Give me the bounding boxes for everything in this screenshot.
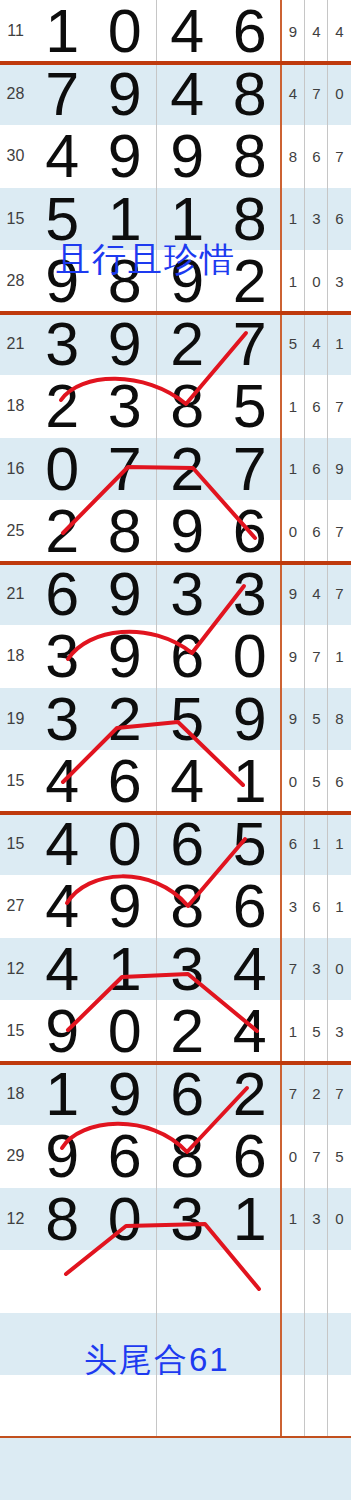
digit-sum-label: 21 bbox=[0, 585, 31, 603]
draw-digit: 1 bbox=[219, 750, 282, 813]
draw-digit: 4 bbox=[156, 63, 219, 126]
group-separator-3 bbox=[0, 561, 351, 565]
stat-digit: 0 bbox=[328, 960, 351, 977]
digit-sum-label: 27 bbox=[0, 897, 31, 915]
stat-digit: 4 bbox=[305, 585, 328, 602]
digit-sum-label: 12 bbox=[0, 960, 31, 978]
draw-digit: 4 bbox=[219, 938, 282, 1001]
draw-digit: 3 bbox=[31, 625, 94, 688]
draw-digit: 8 bbox=[156, 875, 219, 938]
draw-digit: 5 bbox=[156, 688, 219, 751]
draw-digit: 0 bbox=[219, 625, 282, 688]
draw-digit: 3 bbox=[156, 563, 219, 626]
group-separator-4 bbox=[0, 811, 351, 815]
draw-digit: 0 bbox=[94, 813, 157, 876]
stat-digit: 1 bbox=[305, 835, 328, 852]
draw-digit: 9 bbox=[94, 625, 157, 688]
draw-digit: 6 bbox=[219, 875, 282, 938]
stat-digit: 7 bbox=[281, 960, 305, 977]
draw-digit: 1 bbox=[31, 1063, 94, 1126]
draw-digit: 5 bbox=[219, 813, 282, 876]
draw-digit: 1 bbox=[94, 938, 157, 1001]
stat-digit: 3 bbox=[305, 1210, 328, 1227]
stat-digit: 1 bbox=[281, 210, 305, 227]
stat-digit: 6 bbox=[305, 898, 328, 915]
draw-digit: 4 bbox=[31, 875, 94, 938]
stat-digit: 1 bbox=[328, 898, 351, 915]
draw-digit: 3 bbox=[94, 375, 157, 438]
stat-digit: 1 bbox=[281, 460, 305, 477]
stat-digit: 1 bbox=[281, 273, 305, 290]
draw-digit: 4 bbox=[156, 0, 219, 63]
draw-digit: 8 bbox=[31, 1188, 94, 1251]
draw-digit: 0 bbox=[94, 1000, 157, 1063]
draw-digit: 4 bbox=[156, 750, 219, 813]
draw-digit: 5 bbox=[219, 375, 282, 438]
stat-digit: 3 bbox=[281, 898, 305, 915]
stat-digit: 1 bbox=[328, 335, 351, 352]
draw-digit: 8 bbox=[219, 125, 282, 188]
draw-digit: 8 bbox=[156, 375, 219, 438]
stat-digit: 4 bbox=[305, 23, 328, 40]
draw-digit: 6 bbox=[156, 625, 219, 688]
draw-digit: 4 bbox=[31, 938, 94, 1001]
draw-digit: 3 bbox=[219, 563, 282, 626]
stat-digit: 7 bbox=[328, 148, 351, 165]
draw-digit: 7 bbox=[219, 438, 282, 501]
draw-digit: 7 bbox=[94, 438, 157, 501]
draw-digit: 7 bbox=[31, 63, 94, 126]
stat-digit: 7 bbox=[328, 585, 351, 602]
stat-digit: 9 bbox=[281, 585, 305, 602]
draw-digit: 9 bbox=[94, 1063, 157, 1126]
draw-digit: 9 bbox=[94, 125, 157, 188]
draw-row: 154641056 bbox=[0, 750, 351, 813]
stat-digit: 6 bbox=[305, 460, 328, 477]
draw-row: 193259958 bbox=[0, 688, 351, 751]
draw-digit: 2 bbox=[94, 688, 157, 751]
digit-sum-label: 18 bbox=[0, 397, 31, 415]
draw-digit: 6 bbox=[219, 500, 282, 563]
stat-digit: 3 bbox=[328, 1023, 351, 1040]
draw-row: 299686075 bbox=[0, 1125, 351, 1188]
stat-digit: 1 bbox=[281, 1210, 305, 1227]
draw-digit: 8 bbox=[94, 500, 157, 563]
draw-digit: 2 bbox=[219, 1063, 282, 1126]
stat-digit: 0 bbox=[305, 273, 328, 290]
draw-row: 216933947 bbox=[0, 563, 351, 626]
group-separator-2 bbox=[0, 311, 351, 315]
stat-digit: 6 bbox=[328, 773, 351, 790]
draw-row: 287948470 bbox=[0, 63, 351, 126]
stat-digit: 1 bbox=[281, 398, 305, 415]
stat-digit: 4 bbox=[328, 23, 351, 40]
bottom-separator bbox=[0, 1436, 351, 1438]
draw-digit: 6 bbox=[94, 750, 157, 813]
draw-row: 154065611 bbox=[0, 813, 351, 876]
stat-digit: 9 bbox=[328, 460, 351, 477]
draw-digit: 2 bbox=[156, 438, 219, 501]
draw-digit: 3 bbox=[156, 938, 219, 1001]
stat-digit: 1 bbox=[328, 648, 351, 665]
draw-digit: 6 bbox=[156, 1063, 219, 1126]
draw-digit: 9 bbox=[156, 500, 219, 563]
digit-sum-label: 30 bbox=[0, 147, 31, 165]
draw-digit: 0 bbox=[94, 1188, 157, 1251]
draw-digit: 3 bbox=[31, 313, 94, 376]
stat-digit: 4 bbox=[281, 85, 305, 102]
stat-digit: 7 bbox=[328, 523, 351, 540]
draw-digit: 9 bbox=[31, 1125, 94, 1188]
digit-sum-label: 25 bbox=[0, 522, 31, 540]
draw-digit: 6 bbox=[156, 813, 219, 876]
stat-digit: 4 bbox=[305, 335, 328, 352]
draw-row: 128031130 bbox=[0, 1188, 351, 1251]
stat-digit: 7 bbox=[305, 1148, 328, 1165]
stat-digit: 0 bbox=[281, 773, 305, 790]
digit-sum-label: 16 bbox=[0, 460, 31, 478]
stat-digit: 2 bbox=[305, 1085, 328, 1102]
group-separator-1 bbox=[0, 61, 351, 65]
draw-digit: 1 bbox=[219, 1188, 282, 1251]
stat-digit: 0 bbox=[281, 523, 305, 540]
draw-digit: 3 bbox=[31, 688, 94, 751]
draw-row: 304998867 bbox=[0, 125, 351, 188]
draw-digit: 0 bbox=[31, 438, 94, 501]
draw-row: 159024153 bbox=[0, 1000, 351, 1063]
stat-digit: 0 bbox=[328, 85, 351, 102]
stat-digit: 5 bbox=[305, 1023, 328, 1040]
draw-digit: 9 bbox=[94, 875, 157, 938]
stat-digit: 3 bbox=[328, 273, 351, 290]
draw-row: 182385167 bbox=[0, 375, 351, 438]
draw-digit: 6 bbox=[219, 1125, 282, 1188]
group-separator-5 bbox=[0, 1061, 351, 1065]
stat-digit: 9 bbox=[281, 710, 305, 727]
digit-sum-label: 21 bbox=[0, 335, 31, 353]
draw-digit: 9 bbox=[156, 125, 219, 188]
empty-row bbox=[0, 1375, 351, 1438]
draw-row: 181962727 bbox=[0, 1063, 351, 1126]
stat-digit: 3 bbox=[305, 210, 328, 227]
draw-digit: 2 bbox=[31, 500, 94, 563]
digit-sum-label: 18 bbox=[0, 647, 31, 665]
digit-sum-label: 19 bbox=[0, 710, 31, 728]
digit-sum-label: 18 bbox=[0, 1085, 31, 1103]
stat-digit: 5 bbox=[328, 1148, 351, 1165]
draw-digit: 6 bbox=[31, 563, 94, 626]
digit-sum-label: 29 bbox=[0, 1147, 31, 1165]
stat-digit: 0 bbox=[328, 1210, 351, 1227]
draw-digit: 9 bbox=[94, 63, 157, 126]
draw-digit: 6 bbox=[219, 0, 282, 63]
stat-digit: 6 bbox=[305, 398, 328, 415]
digit-sum-label: 11 bbox=[0, 22, 31, 40]
draw-digit: 6 bbox=[94, 1125, 157, 1188]
draw-digit: 2 bbox=[156, 313, 219, 376]
digit-sum-label: 15 bbox=[0, 210, 31, 228]
stat-digit: 9 bbox=[281, 23, 305, 40]
stat-digit: 6 bbox=[281, 835, 305, 852]
stat-digit: 7 bbox=[305, 648, 328, 665]
digit-sum-label: 15 bbox=[0, 835, 31, 853]
draw-row: 124134730 bbox=[0, 938, 351, 1001]
draw-row: 213927541 bbox=[0, 313, 351, 376]
draw-digit: 4 bbox=[219, 1000, 282, 1063]
stat-digit: 8 bbox=[328, 710, 351, 727]
digit-sum-label: 28 bbox=[0, 272, 31, 290]
draw-digit: 0 bbox=[94, 0, 157, 63]
draw-digit: 2 bbox=[31, 375, 94, 438]
empty-row bbox=[0, 1438, 351, 1500]
digit-sum-label: 15 bbox=[0, 772, 31, 790]
draw-row: 183960971 bbox=[0, 625, 351, 688]
draw-digit: 4 bbox=[31, 125, 94, 188]
draw-digit: 8 bbox=[156, 1125, 219, 1188]
draw-digit: 9 bbox=[94, 313, 157, 376]
draw-digit: 4 bbox=[31, 813, 94, 876]
digit-sum-label: 12 bbox=[0, 1210, 31, 1228]
stat-digit: 9 bbox=[281, 648, 305, 665]
draw-digit: 8 bbox=[219, 63, 282, 126]
stat-digit: 5 bbox=[305, 773, 328, 790]
stat-digit: 0 bbox=[281, 1148, 305, 1165]
draw-digit: 9 bbox=[31, 1000, 94, 1063]
draw-row: 274986361 bbox=[0, 875, 351, 938]
stat-digit: 5 bbox=[305, 710, 328, 727]
stat-digit: 1 bbox=[281, 1023, 305, 1040]
stat-digit: 7 bbox=[328, 1085, 351, 1102]
digit-sum-label: 15 bbox=[0, 1022, 31, 1040]
draw-digit: 4 bbox=[31, 750, 94, 813]
draw-rows-container: 1110469442879484703049988671551181362898… bbox=[0, 0, 351, 1500]
stat-digit: 7 bbox=[328, 398, 351, 415]
draw-digit: 3 bbox=[156, 1188, 219, 1251]
stat-digit: 1 bbox=[328, 835, 351, 852]
stat-digit: 6 bbox=[328, 210, 351, 227]
stat-digit: 6 bbox=[305, 148, 328, 165]
draw-digit: 2 bbox=[156, 1000, 219, 1063]
digit-sum-label: 28 bbox=[0, 85, 31, 103]
stat-digit: 6 bbox=[305, 523, 328, 540]
empty-row bbox=[0, 1250, 351, 1313]
lottery-trend-board: 1110469442879484703049988671551181362898… bbox=[0, 0, 351, 1500]
stat-digit: 3 bbox=[305, 960, 328, 977]
draw-digit: 1 bbox=[31, 0, 94, 63]
watermark-motto-text: 且行且珍惜 bbox=[56, 237, 236, 283]
stat-digit: 7 bbox=[281, 1085, 305, 1102]
draw-row: 160727169 bbox=[0, 438, 351, 501]
stat-digit: 8 bbox=[281, 148, 305, 165]
draw-row: 111046944 bbox=[0, 0, 351, 63]
draw-digit: 9 bbox=[94, 563, 157, 626]
draw-digit: 7 bbox=[219, 313, 282, 376]
footer-note-text: 头尾合61 bbox=[84, 1338, 230, 1383]
stat-digit: 5 bbox=[281, 335, 305, 352]
draw-row: 252896067 bbox=[0, 500, 351, 563]
stat-digit: 7 bbox=[305, 85, 328, 102]
draw-digit: 9 bbox=[219, 688, 282, 751]
